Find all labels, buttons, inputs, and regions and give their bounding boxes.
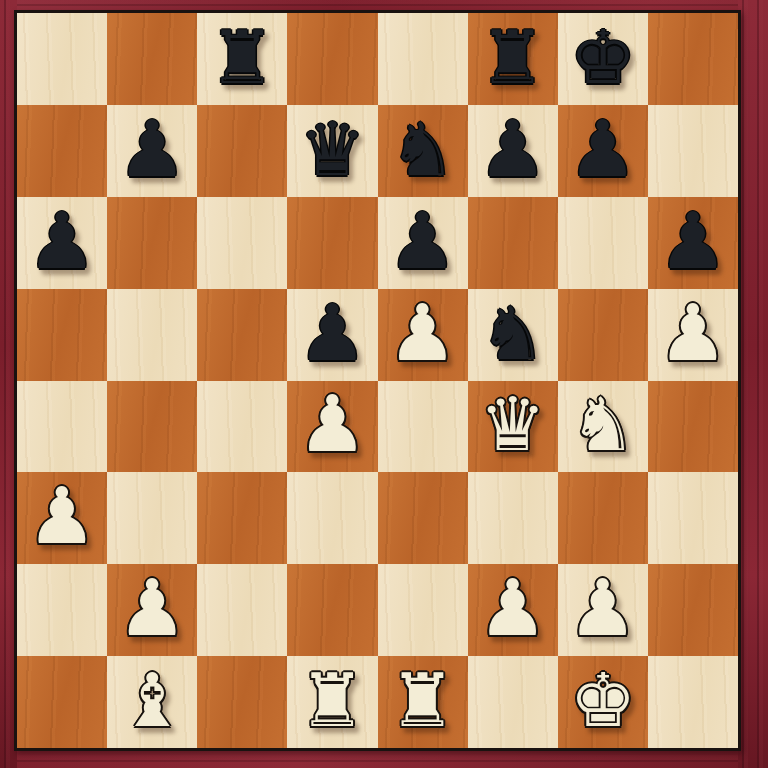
piece-black-knight: ♞: [480, 296, 546, 370]
chess-board: ♜♜♚♟♛♞♟♟♟♟♟♟♟♞♟♟♛♞♟♟♟♟♝♜♜♚: [17, 13, 738, 748]
square-g7[interactable]: ♟: [558, 105, 648, 197]
piece-white-rook: ♜: [389, 663, 455, 737]
piece-black-pawn: ♟: [27, 202, 97, 280]
square-g3[interactable]: [558, 472, 648, 564]
square-c3[interactable]: [197, 472, 287, 564]
square-a2[interactable]: [17, 564, 107, 656]
square-d6[interactable]: [287, 197, 377, 289]
square-c1[interactable]: [197, 656, 287, 748]
square-h8[interactable]: [648, 13, 738, 105]
square-c4[interactable]: [197, 381, 287, 473]
piece-black-pawn: ♟: [388, 202, 458, 280]
square-c6[interactable]: [197, 197, 287, 289]
piece-black-knight: ♞: [389, 112, 455, 186]
square-h6[interactable]: ♟: [648, 197, 738, 289]
piece-black-rook: ♜: [480, 20, 546, 94]
square-f1[interactable]: [468, 656, 558, 748]
square-h2[interactable]: [648, 564, 738, 656]
piece-white-pawn: ♟: [478, 569, 548, 647]
square-d8[interactable]: [287, 13, 377, 105]
square-a1[interactable]: [17, 656, 107, 748]
piece-white-bishop: ♝: [119, 663, 185, 737]
square-g4[interactable]: ♞: [558, 381, 648, 473]
square-h4[interactable]: [648, 381, 738, 473]
piece-black-pawn: ♟: [478, 110, 548, 188]
piece-white-pawn: ♟: [297, 385, 367, 463]
square-h5[interactable]: ♟: [648, 289, 738, 381]
chess-diagram: ♜♜♚♟♛♞♟♟♟♟♟♟♟♞♟♟♛♞♟♟♟♟♝♜♜♚: [0, 0, 768, 768]
square-e6[interactable]: ♟: [378, 197, 468, 289]
square-g2[interactable]: ♟: [558, 564, 648, 656]
piece-white-pawn: ♟: [117, 569, 187, 647]
square-e4[interactable]: [378, 381, 468, 473]
piece-black-queen: ♛: [299, 112, 365, 186]
square-e7[interactable]: ♞: [378, 105, 468, 197]
square-b2[interactable]: ♟: [107, 564, 197, 656]
piece-white-rook: ♜: [299, 663, 365, 737]
square-d5[interactable]: ♟: [287, 289, 377, 381]
board-outline: ♜♜♚♟♛♞♟♟♟♟♟♟♟♞♟♟♛♞♟♟♟♟♝♜♜♚: [14, 10, 741, 751]
square-a6[interactable]: ♟: [17, 197, 107, 289]
piece-black-pawn: ♟: [658, 202, 728, 280]
square-b3[interactable]: [107, 472, 197, 564]
square-f2[interactable]: ♟: [468, 564, 558, 656]
piece-black-rook: ♜: [209, 20, 275, 94]
square-g8[interactable]: ♚: [558, 13, 648, 105]
square-g1[interactable]: ♚: [558, 656, 648, 748]
square-b6[interactable]: [107, 197, 197, 289]
square-g6[interactable]: [558, 197, 648, 289]
piece-white-pawn: ♟: [388, 294, 458, 372]
piece-white-pawn: ♟: [27, 477, 97, 555]
board-frame-right-edge: [738, 0, 768, 768]
square-d4[interactable]: ♟: [287, 381, 377, 473]
square-h7[interactable]: [648, 105, 738, 197]
piece-black-pawn: ♟: [117, 110, 187, 188]
square-c2[interactable]: [197, 564, 287, 656]
square-a4[interactable]: [17, 381, 107, 473]
square-e2[interactable]: [378, 564, 468, 656]
square-c5[interactable]: [197, 289, 287, 381]
square-b4[interactable]: [107, 381, 197, 473]
square-f8[interactable]: ♜: [468, 13, 558, 105]
square-c7[interactable]: [197, 105, 287, 197]
piece-white-pawn: ♟: [658, 294, 728, 372]
square-b1[interactable]: ♝: [107, 656, 197, 748]
square-g5[interactable]: [558, 289, 648, 381]
piece-black-pawn: ♟: [568, 110, 638, 188]
piece-black-king: ♚: [570, 20, 636, 94]
square-f7[interactable]: ♟: [468, 105, 558, 197]
square-h3[interactable]: [648, 472, 738, 564]
square-a7[interactable]: [17, 105, 107, 197]
square-d7[interactable]: ♛: [287, 105, 377, 197]
square-a8[interactable]: [17, 13, 107, 105]
piece-black-pawn: ♟: [297, 294, 367, 372]
square-e5[interactable]: ♟: [378, 289, 468, 381]
square-e3[interactable]: [378, 472, 468, 564]
square-f6[interactable]: [468, 197, 558, 289]
square-c8[interactable]: ♜: [197, 13, 287, 105]
square-d3[interactable]: [287, 472, 377, 564]
square-b5[interactable]: [107, 289, 197, 381]
piece-white-queen: ♛: [480, 387, 546, 461]
square-e1[interactable]: ♜: [378, 656, 468, 748]
square-f4[interactable]: ♛: [468, 381, 558, 473]
square-f5[interactable]: ♞: [468, 289, 558, 381]
piece-white-pawn: ♟: [568, 569, 638, 647]
square-d2[interactable]: [287, 564, 377, 656]
piece-white-king: ♚: [570, 663, 636, 737]
square-b7[interactable]: ♟: [107, 105, 197, 197]
square-a3[interactable]: ♟: [17, 472, 107, 564]
piece-white-knight: ♞: [570, 387, 636, 461]
square-a5[interactable]: [17, 289, 107, 381]
square-d1[interactable]: ♜: [287, 656, 377, 748]
square-b8[interactable]: [107, 13, 197, 105]
square-f3[interactable]: [468, 472, 558, 564]
square-e8[interactable]: [378, 13, 468, 105]
square-h1[interactable]: [648, 656, 738, 748]
